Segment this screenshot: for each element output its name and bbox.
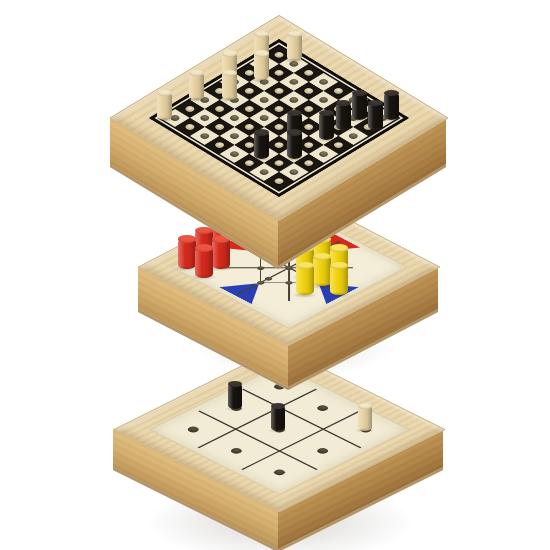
checkers-peg-natural[interactable] (287, 33, 302, 61)
wooden-games-stack-photo (0, 0, 550, 550)
checkers-peg-black[interactable] (319, 112, 334, 140)
checkers-peg-black[interactable] (254, 131, 269, 159)
checkers-peg-black[interactable] (384, 92, 399, 120)
checkers-peg-black[interactable] (368, 102, 383, 130)
checkers-peg-natural[interactable] (254, 52, 269, 80)
checkers-peg-natural[interactable] (222, 72, 237, 100)
checkers-peg-black[interactable] (287, 131, 302, 159)
checkers-peg-natural[interactable] (189, 72, 204, 100)
checkers-pegs (0, 0, 550, 550)
checkers-peg-natural[interactable] (157, 92, 172, 120)
checkers-peg-black[interactable] (352, 92, 367, 120)
checkers-peg-black[interactable] (336, 102, 351, 130)
